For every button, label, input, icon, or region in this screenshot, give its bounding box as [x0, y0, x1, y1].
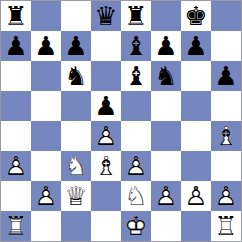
square-c6[interactable]: ♞	[61, 61, 91, 91]
white-bishop: ♗	[211, 121, 241, 151]
white-rook-fill: ♜	[211, 211, 241, 241]
square-a8[interactable]: ♜	[1, 1, 31, 31]
square-e7[interactable]: ♝	[121, 31, 151, 61]
square-h4[interactable]: ♝♗	[211, 121, 241, 151]
square-e4[interactable]	[121, 121, 151, 151]
square-h8[interactable]	[211, 1, 241, 31]
square-a2[interactable]	[1, 181, 31, 211]
square-d1[interactable]	[91, 211, 121, 241]
white-bishop-fill: ♝	[211, 121, 241, 151]
square-e5[interactable]	[121, 91, 151, 121]
square-a7[interactable]: ♟	[1, 31, 31, 61]
black-pawn: ♟	[31, 31, 61, 61]
square-b3[interactable]	[31, 151, 61, 181]
square-c2[interactable]: ♛♕	[61, 181, 91, 211]
white-queen: ♕	[61, 181, 91, 211]
square-f8[interactable]	[151, 1, 181, 31]
square-g8[interactable]: ♚	[181, 1, 211, 31]
white-rook: ♖	[211, 211, 241, 241]
square-a4[interactable]	[1, 121, 31, 151]
square-e6[interactable]: ♝	[121, 61, 151, 91]
white-pawn-fill: ♟	[121, 151, 151, 181]
square-a1[interactable]: ♜♖	[1, 211, 31, 241]
square-c4[interactable]	[61, 121, 91, 151]
square-a6[interactable]	[1, 61, 31, 91]
white-bishop: ♗	[91, 151, 121, 181]
square-g2[interactable]: ♟♙	[181, 181, 211, 211]
square-d7[interactable]	[91, 31, 121, 61]
black-knight: ♞	[61, 61, 91, 91]
square-d6[interactable]	[91, 61, 121, 91]
square-b7[interactable]: ♟	[31, 31, 61, 61]
black-pawn: ♟	[91, 91, 121, 121]
square-e3[interactable]: ♟♙	[121, 151, 151, 181]
black-bishop: ♝	[121, 61, 151, 91]
black-bishop: ♝	[121, 31, 151, 61]
square-c1[interactable]	[61, 211, 91, 241]
square-g5[interactable]	[181, 91, 211, 121]
white-pawn-fill: ♟	[181, 181, 211, 211]
black-rook: ♜	[121, 1, 151, 31]
white-pawn-fill: ♟	[31, 181, 61, 211]
square-d2[interactable]	[91, 181, 121, 211]
white-pawn-fill: ♟	[211, 181, 241, 211]
square-h1[interactable]: ♜♖	[211, 211, 241, 241]
white-pawn: ♙	[121, 151, 151, 181]
white-pawn: ♙	[181, 181, 211, 211]
square-e1[interactable]: ♚♔	[121, 211, 151, 241]
black-pawn: ♟	[211, 61, 241, 91]
square-f5[interactable]	[151, 91, 181, 121]
square-d3[interactable]: ♝♗	[91, 151, 121, 181]
white-pawn: ♙	[211, 181, 241, 211]
square-g3[interactable]	[181, 151, 211, 181]
square-c5[interactable]	[61, 91, 91, 121]
black-king: ♚	[181, 1, 211, 31]
square-b4[interactable]	[31, 121, 61, 151]
square-a5[interactable]	[1, 91, 31, 121]
square-h5[interactable]	[211, 91, 241, 121]
square-c7[interactable]: ♟	[61, 31, 91, 61]
square-b8[interactable]	[31, 1, 61, 31]
square-f7[interactable]: ♟	[151, 31, 181, 61]
square-f1[interactable]	[151, 211, 181, 241]
square-c8[interactable]	[61, 1, 91, 31]
white-rook: ♖	[1, 211, 31, 241]
square-h6[interactable]: ♟	[211, 61, 241, 91]
square-f2[interactable]: ♟♙	[151, 181, 181, 211]
square-a3[interactable]: ♟♙	[1, 151, 31, 181]
white-pawn: ♙	[91, 121, 121, 151]
white-knight: ♘	[61, 151, 91, 181]
square-e2[interactable]: ♞♘	[121, 181, 151, 211]
black-knight: ♞	[151, 61, 181, 91]
square-g1[interactable]	[181, 211, 211, 241]
square-h7[interactable]	[211, 31, 241, 61]
black-queen: ♛	[91, 1, 121, 31]
square-g6[interactable]	[181, 61, 211, 91]
white-pawn: ♙	[31, 181, 61, 211]
white-pawn-fill: ♟	[151, 181, 181, 211]
square-h3[interactable]	[211, 151, 241, 181]
black-pawn: ♟	[181, 31, 211, 61]
square-f4[interactable]	[151, 121, 181, 151]
white-pawn: ♙	[1, 151, 31, 181]
square-d8[interactable]: ♛	[91, 1, 121, 31]
square-h2[interactable]: ♟♙	[211, 181, 241, 211]
square-b1[interactable]	[31, 211, 61, 241]
white-knight-fill: ♞	[61, 151, 91, 181]
black-rook: ♜	[1, 1, 31, 31]
white-king: ♔	[121, 211, 151, 241]
square-e8[interactable]: ♜	[121, 1, 151, 31]
square-d5[interactable]: ♟	[91, 91, 121, 121]
square-c3[interactable]: ♞♘	[61, 151, 91, 181]
square-b6[interactable]	[31, 61, 61, 91]
white-queen-fill: ♛	[61, 181, 91, 211]
square-d4[interactable]: ♟♙	[91, 121, 121, 151]
square-f3[interactable]	[151, 151, 181, 181]
square-f6[interactable]: ♞	[151, 61, 181, 91]
white-pawn: ♙	[151, 181, 181, 211]
chess-board: ♜♛♜♚♟♟♟♝♟♟♞♝♞♟♟♟♙♝♗♟♙♞♘♝♗♟♙♟♙♛♕♞♘♟♙♟♙♟♙♜…	[0, 0, 242, 242]
white-bishop-fill: ♝	[91, 151, 121, 181]
black-pawn: ♟	[1, 31, 31, 61]
square-b2[interactable]: ♟♙	[31, 181, 61, 211]
square-g4[interactable]	[181, 121, 211, 151]
white-king-fill: ♚	[121, 211, 151, 241]
white-knight: ♘	[121, 181, 151, 211]
square-g7[interactable]: ♟	[181, 31, 211, 61]
black-pawn: ♟	[61, 31, 91, 61]
square-b5[interactable]	[31, 91, 61, 121]
white-pawn-fill: ♟	[91, 121, 121, 151]
black-pawn: ♟	[151, 31, 181, 61]
white-pawn-fill: ♟	[1, 151, 31, 181]
white-knight-fill: ♞	[121, 181, 151, 211]
white-rook-fill: ♜	[1, 211, 31, 241]
